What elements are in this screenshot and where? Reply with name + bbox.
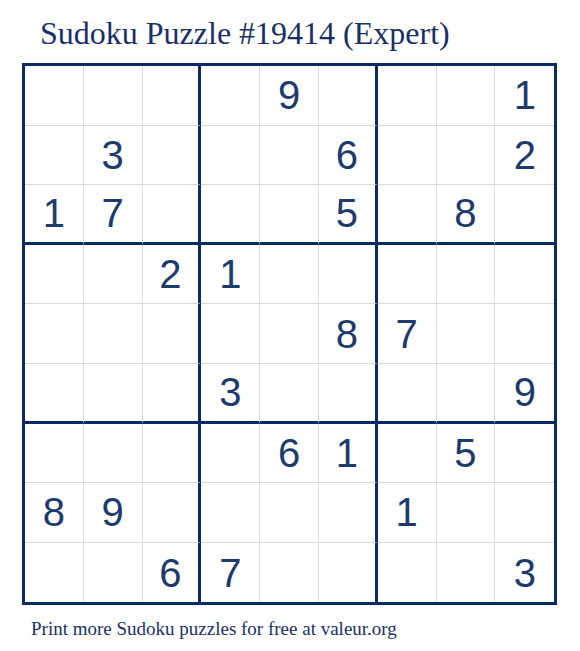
sudoku-cell[interactable] [437,66,496,126]
sudoku-cell[interactable] [201,424,260,484]
sudoku-cell[interactable] [319,364,378,424]
sudoku-cell[interactable] [378,66,437,126]
sudoku-cell[interactable] [319,66,378,126]
sudoku-cell[interactable]: 2 [495,126,554,186]
sudoku-cell[interactable] [201,185,260,245]
sudoku-cell[interactable]: 5 [437,424,496,484]
sudoku-cell[interactable] [25,304,84,364]
sudoku-cell[interactable]: 3 [201,364,260,424]
sudoku-cell[interactable]: 7 [201,543,260,603]
sudoku-cell[interactable] [437,543,496,603]
sudoku-cell[interactable] [378,543,437,603]
sudoku-cell[interactable] [84,543,143,603]
sudoku-cell[interactable] [437,126,496,186]
sudoku-cell[interactable] [143,364,202,424]
sudoku-cell[interactable] [260,483,319,543]
sudoku-cell[interactable]: 6 [143,543,202,603]
sudoku-cell[interactable]: 6 [319,126,378,186]
sudoku-cell[interactable] [201,483,260,543]
sudoku-cell[interactable]: 1 [319,424,378,484]
sudoku-cell[interactable] [143,126,202,186]
sudoku-cell[interactable]: 1 [495,66,554,126]
sudoku-cell[interactable] [437,483,496,543]
sudoku-cell[interactable] [25,364,84,424]
sudoku-cell[interactable]: 5 [319,185,378,245]
sudoku-cell[interactable] [495,304,554,364]
sudoku-board: 913621758218739615891673 [22,63,557,605]
sudoku-cell[interactable] [84,364,143,424]
sudoku-cell[interactable]: 7 [378,304,437,364]
sudoku-cell[interactable]: 9 [260,66,319,126]
sudoku-cell[interactable] [260,245,319,305]
sudoku-cell[interactable] [260,364,319,424]
sudoku-cell[interactable]: 6 [260,424,319,484]
sudoku-cell[interactable] [495,185,554,245]
sudoku-cell[interactable] [495,483,554,543]
sudoku-cell[interactable]: 8 [437,185,496,245]
sudoku-cell[interactable]: 1 [25,185,84,245]
sudoku-cell[interactable] [437,364,496,424]
sudoku-cell[interactable] [84,304,143,364]
sudoku-cell[interactable]: 3 [495,543,554,603]
sudoku-cell[interactable] [495,245,554,305]
sudoku-cell[interactable]: 9 [495,364,554,424]
sudoku-cell[interactable] [260,304,319,364]
page-title: Sudoku Puzzle #19414 (Expert) [0,0,580,50]
sudoku-cell[interactable]: 7 [84,185,143,245]
sudoku-cell[interactable] [437,304,496,364]
sudoku-cell[interactable] [378,245,437,305]
sudoku-cell[interactable] [84,66,143,126]
sudoku-cell[interactable] [201,66,260,126]
sudoku-cell[interactable] [25,245,84,305]
sudoku-cell[interactable] [84,424,143,484]
sudoku-cell[interactable] [143,483,202,543]
page: Sudoku Puzzle #19414 (Expert) 9136217582… [0,0,580,651]
sudoku-cell[interactable] [260,126,319,186]
sudoku-cell[interactable] [378,364,437,424]
sudoku-cell[interactable]: 1 [378,483,437,543]
sudoku-cell[interactable]: 1 [201,245,260,305]
footer-note: Print more Sudoku puzzles for free at va… [0,605,580,640]
sudoku-cell[interactable] [25,424,84,484]
sudoku-cell[interactable] [260,543,319,603]
sudoku-cell[interactable] [260,185,319,245]
sudoku-cell[interactable] [84,245,143,305]
sudoku-cell[interactable] [378,185,437,245]
sudoku-cell[interactable] [201,126,260,186]
sudoku-cell[interactable]: 2 [143,245,202,305]
sudoku-cell[interactable] [378,424,437,484]
sudoku-cell[interactable] [201,304,260,364]
sudoku-cell[interactable] [495,424,554,484]
sudoku-cell[interactable] [378,126,437,186]
sudoku-cell[interactable] [143,66,202,126]
sudoku-cell[interactable] [319,543,378,603]
sudoku-cell[interactable] [319,245,378,305]
sudoku-cell[interactable] [437,245,496,305]
sudoku-cell[interactable]: 8 [319,304,378,364]
sudoku-cell[interactable]: 8 [25,483,84,543]
sudoku-cell[interactable] [143,185,202,245]
sudoku-cell[interactable] [25,126,84,186]
sudoku-cell[interactable]: 9 [84,483,143,543]
sudoku-cell[interactable] [25,66,84,126]
sudoku-cell[interactable] [143,304,202,364]
sudoku-cell[interactable] [143,424,202,484]
sudoku-cell[interactable] [25,543,84,603]
sudoku-cell[interactable] [319,483,378,543]
sudoku-cell[interactable]: 3 [84,126,143,186]
